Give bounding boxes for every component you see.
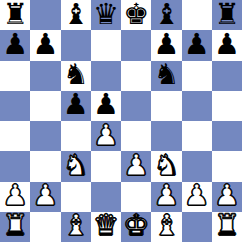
square-h3[interactable] <box>212 151 242 181</box>
square-g6[interactable] <box>182 61 212 91</box>
square-a2[interactable]: ♟ <box>0 182 30 212</box>
white-pawn[interactable]: ♟ <box>2 182 28 211</box>
square-h8[interactable]: ♜ <box>212 0 242 30</box>
square-h6[interactable] <box>212 61 242 91</box>
square-d2[interactable] <box>91 182 121 212</box>
square-e4[interactable] <box>121 121 151 151</box>
white-pawn[interactable]: ♟ <box>184 182 210 211</box>
white-queen[interactable]: ♛ <box>93 212 119 241</box>
square-b1[interactable] <box>30 212 60 242</box>
square-c1[interactable]: ♝ <box>61 212 91 242</box>
black-pawn[interactable]: ♟ <box>214 30 240 59</box>
square-e8[interactable]: ♚ <box>121 0 151 30</box>
square-d4[interactable]: ♟ <box>91 121 121 151</box>
square-e7[interactable] <box>121 30 151 60</box>
black-bishop[interactable]: ♝ <box>153 0 179 29</box>
square-b3[interactable] <box>30 151 60 181</box>
square-e2[interactable] <box>121 182 151 212</box>
square-f3[interactable]: ♞ <box>151 151 181 181</box>
square-g3[interactable] <box>182 151 212 181</box>
white-rook[interactable]: ♜ <box>2 212 28 241</box>
white-king[interactable]: ♚ <box>123 212 149 241</box>
square-e6[interactable] <box>121 61 151 91</box>
square-d3[interactable] <box>91 151 121 181</box>
square-e1[interactable]: ♚ <box>121 212 151 242</box>
square-g2[interactable]: ♟ <box>182 182 212 212</box>
square-f8[interactable]: ♝ <box>151 0 181 30</box>
square-b8[interactable] <box>30 0 60 30</box>
square-d5[interactable]: ♟ <box>91 91 121 121</box>
square-b7[interactable]: ♟ <box>30 30 60 60</box>
square-b4[interactable] <box>30 121 60 151</box>
black-bishop[interactable]: ♝ <box>63 0 89 29</box>
square-d7[interactable] <box>91 30 121 60</box>
square-a8[interactable]: ♜ <box>0 0 30 30</box>
white-pawn[interactable]: ♟ <box>93 121 119 150</box>
black-pawn[interactable]: ♟ <box>32 30 58 59</box>
square-f4[interactable] <box>151 121 181 151</box>
square-f1[interactable]: ♝ <box>151 212 181 242</box>
square-a4[interactable] <box>0 121 30 151</box>
square-a7[interactable]: ♟ <box>0 30 30 60</box>
square-c4[interactable] <box>61 121 91 151</box>
square-c6[interactable]: ♞ <box>61 61 91 91</box>
square-e3[interactable]: ♟ <box>121 151 151 181</box>
square-a6[interactable] <box>0 61 30 91</box>
square-h2[interactable]: ♟ <box>212 182 242 212</box>
black-pawn[interactable]: ♟ <box>93 91 119 120</box>
square-c5[interactable]: ♟ <box>61 91 91 121</box>
white-rook[interactable]: ♜ <box>214 212 240 241</box>
square-a3[interactable] <box>0 151 30 181</box>
black-queen[interactable]: ♛ <box>93 0 119 29</box>
black-pawn[interactable]: ♟ <box>153 30 179 59</box>
black-knight[interactable]: ♞ <box>63 61 89 90</box>
square-g8[interactable] <box>182 0 212 30</box>
square-g7[interactable]: ♟ <box>182 30 212 60</box>
white-bishop[interactable]: ♝ <box>63 212 89 241</box>
square-d6[interactable] <box>91 61 121 91</box>
square-b5[interactable] <box>30 91 60 121</box>
black-pawn[interactable]: ♟ <box>63 91 89 120</box>
square-e5[interactable] <box>121 91 151 121</box>
square-h7[interactable]: ♟ <box>212 30 242 60</box>
square-f7[interactable]: ♟ <box>151 30 181 60</box>
square-f2[interactable]: ♟ <box>151 182 181 212</box>
square-h4[interactable] <box>212 121 242 151</box>
white-pawn[interactable]: ♟ <box>214 182 240 211</box>
square-b6[interactable] <box>30 61 60 91</box>
square-f5[interactable] <box>151 91 181 121</box>
chess-board: ♜♝♛♚♝♜♟♟♟♟♟♞♞♟♟♟♞♟♞♟♟♟♟♟♜♝♛♚♝♜ <box>0 0 242 242</box>
square-c3[interactable]: ♞ <box>61 151 91 181</box>
square-c7[interactable] <box>61 30 91 60</box>
black-pawn[interactable]: ♟ <box>2 30 28 59</box>
square-a5[interactable] <box>0 91 30 121</box>
square-g4[interactable] <box>182 121 212 151</box>
square-d1[interactable]: ♛ <box>91 212 121 242</box>
square-c8[interactable]: ♝ <box>61 0 91 30</box>
white-bishop[interactable]: ♝ <box>153 212 179 241</box>
square-f6[interactable]: ♞ <box>151 61 181 91</box>
white-pawn[interactable]: ♟ <box>32 182 58 211</box>
white-knight[interactable]: ♞ <box>63 151 89 180</box>
square-a1[interactable]: ♜ <box>0 212 30 242</box>
white-knight[interactable]: ♞ <box>153 151 179 180</box>
black-pawn[interactable]: ♟ <box>184 30 210 59</box>
square-g1[interactable] <box>182 212 212 242</box>
square-h1[interactable]: ♜ <box>212 212 242 242</box>
white-pawn[interactable]: ♟ <box>123 151 149 180</box>
square-c2[interactable] <box>61 182 91 212</box>
black-knight[interactable]: ♞ <box>153 61 179 90</box>
black-rook[interactable]: ♜ <box>2 0 28 29</box>
square-g5[interactable] <box>182 91 212 121</box>
square-b2[interactable]: ♟ <box>30 182 60 212</box>
square-h5[interactable] <box>212 91 242 121</box>
square-d8[interactable]: ♛ <box>91 0 121 30</box>
black-rook[interactable]: ♜ <box>214 0 240 29</box>
white-pawn[interactable]: ♟ <box>153 182 179 211</box>
black-king[interactable]: ♚ <box>123 0 149 29</box>
